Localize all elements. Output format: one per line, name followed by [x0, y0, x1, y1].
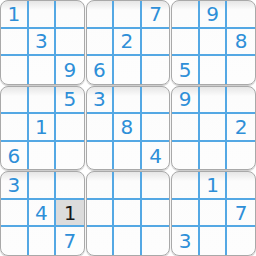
- cell-r7c5[interactable]: [114, 172, 142, 200]
- cell-r9c7[interactable]: 3: [172, 227, 200, 255]
- cell-r5c2[interactable]: 1: [29, 114, 57, 142]
- cell-r2c4[interactable]: [87, 29, 115, 57]
- cell-r4c9[interactable]: [227, 87, 255, 115]
- cell-r8c2[interactable]: 4: [29, 200, 57, 228]
- cell-r5c5[interactable]: 8: [114, 114, 142, 142]
- cell-r1c6[interactable]: 7: [142, 1, 170, 29]
- cell-r4c7[interactable]: 9: [172, 87, 200, 115]
- cell-r6c2[interactable]: [29, 142, 57, 170]
- cell-r1c8[interactable]: 9: [200, 1, 228, 29]
- cell-r8c1[interactable]: [1, 200, 29, 228]
- cell-r6c7[interactable]: [172, 142, 200, 170]
- box-4: 516: [0, 86, 85, 171]
- cell-r8c4[interactable]: [87, 200, 115, 228]
- cell-r2c5[interactable]: 2: [114, 29, 142, 57]
- cell-r8c7[interactable]: [172, 200, 200, 228]
- cell-r4c3[interactable]: 5: [56, 87, 84, 115]
- cell-r3c6[interactable]: [142, 56, 170, 84]
- cell-r4c5[interactable]: [114, 87, 142, 115]
- box-2: 726: [86, 0, 171, 85]
- box-8: [86, 171, 171, 256]
- cell-r8c5[interactable]: [114, 200, 142, 228]
- cell-r6c5[interactable]: [114, 142, 142, 170]
- cell-r7c9[interactable]: [227, 172, 255, 200]
- cell-r4c1[interactable]: [1, 87, 29, 115]
- cell-r4c4[interactable]: 3: [87, 87, 115, 115]
- cell-r2c1[interactable]: [1, 29, 29, 57]
- cell-r9c4[interactable]: [87, 227, 115, 255]
- cell-r2c7[interactable]: [172, 29, 200, 57]
- cell-r1c5[interactable]: [114, 1, 142, 29]
- cell-r7c6[interactable]: [142, 172, 170, 200]
- cell-r5c6[interactable]: [142, 114, 170, 142]
- cell-r1c2[interactable]: [29, 1, 57, 29]
- cell-r2c9[interactable]: 8: [227, 29, 255, 57]
- box-3: 985: [171, 0, 256, 85]
- cell-r1c1[interactable]: 1: [1, 1, 29, 29]
- cell-r9c9[interactable]: [227, 227, 255, 255]
- cell-r8c3[interactable]: 1: [56, 200, 84, 228]
- cell-r6c3[interactable]: [56, 142, 84, 170]
- cell-r7c8[interactable]: 1: [200, 172, 228, 200]
- cell-r3c7[interactable]: 5: [172, 56, 200, 84]
- cell-r1c4[interactable]: [87, 1, 115, 29]
- box-1: 139: [0, 0, 85, 85]
- cell-r9c2[interactable]: [29, 227, 57, 255]
- cell-r9c6[interactable]: [142, 227, 170, 255]
- cell-r5c3[interactable]: [56, 114, 84, 142]
- cell-r5c4[interactable]: [87, 114, 115, 142]
- cell-r2c3[interactable]: [56, 29, 84, 57]
- cell-r5c8[interactable]: [200, 114, 228, 142]
- cell-r7c2[interactable]: [29, 172, 57, 200]
- cell-r5c7[interactable]: [172, 114, 200, 142]
- cell-r5c9[interactable]: 2: [227, 114, 255, 142]
- cell-r7c7[interactable]: [172, 172, 200, 200]
- box-7: 3417: [0, 171, 85, 256]
- cell-r3c4[interactable]: 6: [87, 56, 115, 84]
- cell-r6c9[interactable]: [227, 142, 255, 170]
- cell-r7c3[interactable]: [56, 172, 84, 200]
- cell-r2c2[interactable]: 3: [29, 29, 57, 57]
- cell-r3c1[interactable]: [1, 56, 29, 84]
- sudoku-board: 139726985516384923417173: [0, 0, 256, 256]
- cell-r4c2[interactable]: [29, 87, 57, 115]
- box-5: 384: [86, 86, 171, 171]
- box-6: 92: [171, 86, 256, 171]
- cell-r6c1[interactable]: 6: [1, 142, 29, 170]
- cell-r6c8[interactable]: [200, 142, 228, 170]
- cell-r1c3[interactable]: [56, 1, 84, 29]
- cell-r9c5[interactable]: [114, 227, 142, 255]
- cell-r8c6[interactable]: [142, 200, 170, 228]
- cell-r3c8[interactable]: [200, 56, 228, 84]
- cell-r6c4[interactable]: [87, 142, 115, 170]
- cell-r3c9[interactable]: [227, 56, 255, 84]
- cell-r1c7[interactable]: [172, 1, 200, 29]
- cell-r6c6[interactable]: 4: [142, 142, 170, 170]
- cell-r2c8[interactable]: [200, 29, 228, 57]
- cell-r8c9[interactable]: 7: [227, 200, 255, 228]
- cell-r5c1[interactable]: [1, 114, 29, 142]
- cell-r3c3[interactable]: 9: [56, 56, 84, 84]
- cell-r9c1[interactable]: [1, 227, 29, 255]
- box-9: 173: [171, 171, 256, 256]
- cell-r7c1[interactable]: 3: [1, 172, 29, 200]
- cell-r7c4[interactable]: [87, 172, 115, 200]
- cell-r4c6[interactable]: [142, 87, 170, 115]
- cell-r8c8[interactable]: [200, 200, 228, 228]
- cell-r9c3[interactable]: 7: [56, 227, 84, 255]
- cell-r3c2[interactable]: [29, 56, 57, 84]
- cell-r9c8[interactable]: [200, 227, 228, 255]
- cell-r1c9[interactable]: [227, 1, 255, 29]
- cell-r3c5[interactable]: [114, 56, 142, 84]
- cell-r2c6[interactable]: [142, 29, 170, 57]
- cell-r4c8[interactable]: [200, 87, 228, 115]
